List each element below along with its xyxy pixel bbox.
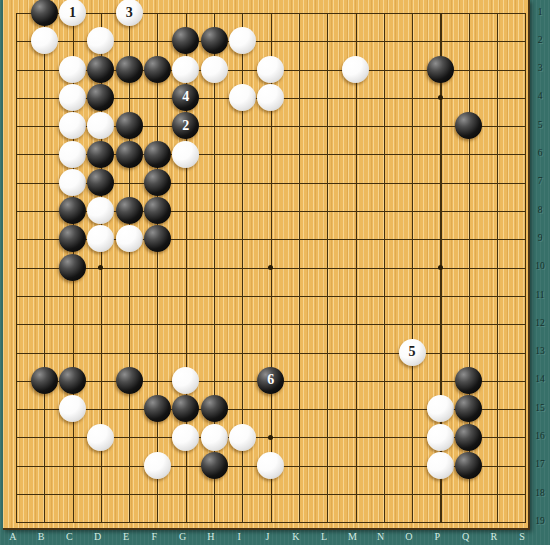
move-number-label: 1: [69, 6, 76, 20]
row-labels: 12345678910111213141516171819: [530, 0, 550, 530]
black-stone[interactable]: [116, 112, 143, 139]
column-label: O: [401, 531, 417, 542]
black-stone[interactable]: [201, 27, 228, 54]
black-stone[interactable]: 2: [172, 112, 199, 139]
black-stone[interactable]: [59, 254, 86, 281]
white-stone[interactable]: [144, 452, 171, 479]
column-label: E: [118, 531, 134, 542]
go-board-diagram: 134256 ABCDEFGHIJKLMNOPQRS 1234567891011…: [0, 0, 550, 545]
row-label: 8: [530, 205, 550, 217]
white-stone[interactable]: [87, 112, 114, 139]
black-stone[interactable]: [455, 395, 482, 422]
column-labels: ABCDEFGHIJKLMNOPQRS: [0, 530, 550, 545]
white-stone[interactable]: 1: [59, 0, 86, 26]
white-stone[interactable]: [59, 84, 86, 111]
white-stone[interactable]: [87, 225, 114, 252]
row-label: 9: [530, 233, 550, 245]
white-stone[interactable]: [59, 141, 86, 168]
white-stone[interactable]: [59, 112, 86, 139]
move-number-label: 3: [126, 6, 133, 20]
black-stone[interactable]: [455, 112, 482, 139]
black-stone[interactable]: [455, 452, 482, 479]
black-stone[interactable]: [455, 424, 482, 451]
black-stone[interactable]: [59, 197, 86, 224]
black-stone[interactable]: [172, 27, 199, 54]
row-label: 11: [530, 290, 550, 302]
row-label: 12: [530, 318, 550, 330]
stones-layer[interactable]: 134256: [2, 0, 540, 536]
row-label: 14: [530, 374, 550, 386]
black-stone[interactable]: [87, 141, 114, 168]
move-number-label: 5: [409, 345, 416, 359]
row-label: 16: [530, 431, 550, 443]
row-label: 19: [530, 516, 550, 528]
goban[interactable]: 134256: [3, 0, 530, 530]
row-label: 7: [530, 176, 550, 188]
column-label: A: [5, 531, 21, 542]
row-label: 5: [530, 120, 550, 132]
white-stone[interactable]: [257, 56, 284, 83]
black-stone[interactable]: [116, 197, 143, 224]
black-stone[interactable]: [455, 367, 482, 394]
white-stone[interactable]: [201, 56, 228, 83]
column-label: G: [175, 531, 191, 542]
black-stone[interactable]: [31, 367, 58, 394]
column-label: R: [486, 531, 502, 542]
column-label: J: [260, 531, 276, 542]
column-label: F: [147, 531, 163, 542]
column-label: S: [514, 531, 530, 542]
black-stone[interactable]: [172, 395, 199, 422]
white-stone[interactable]: [229, 84, 256, 111]
row-label: 18: [530, 488, 550, 500]
column-label: B: [33, 531, 49, 542]
black-stone[interactable]: [59, 367, 86, 394]
black-stone[interactable]: [59, 225, 86, 252]
white-stone[interactable]: [427, 395, 454, 422]
row-label: 13: [530, 346, 550, 358]
white-stone[interactable]: [201, 424, 228, 451]
white-stone[interactable]: [87, 27, 114, 54]
row-label: 2: [530, 35, 550, 47]
column-label: P: [430, 531, 446, 542]
move-number-label: 6: [267, 373, 274, 387]
white-stone[interactable]: [172, 367, 199, 394]
row-label: 6: [530, 148, 550, 160]
row-label: 17: [530, 459, 550, 471]
column-label: I: [231, 531, 247, 542]
white-stone[interactable]: [172, 56, 199, 83]
black-stone[interactable]: [31, 0, 58, 26]
black-stone[interactable]: [87, 56, 114, 83]
black-stone[interactable]: 6: [257, 367, 284, 394]
white-stone[interactable]: [172, 424, 199, 451]
white-stone[interactable]: [87, 197, 114, 224]
black-stone[interactable]: [201, 452, 228, 479]
white-stone[interactable]: [59, 56, 86, 83]
black-stone[interactable]: [116, 56, 143, 83]
black-stone[interactable]: 4: [172, 84, 199, 111]
white-stone[interactable]: [229, 27, 256, 54]
column-label: K: [288, 531, 304, 542]
black-stone[interactable]: [201, 395, 228, 422]
white-stone[interactable]: [257, 84, 284, 111]
column-label: Q: [458, 531, 474, 542]
white-stone[interactable]: [87, 424, 114, 451]
white-stone[interactable]: [59, 395, 86, 422]
black-stone[interactable]: [144, 56, 171, 83]
black-stone[interactable]: [116, 141, 143, 168]
black-stone[interactable]: [87, 84, 114, 111]
move-number-label: 4: [182, 90, 189, 104]
row-label: 10: [530, 261, 550, 273]
black-stone[interactable]: [144, 225, 171, 252]
white-stone[interactable]: [116, 225, 143, 252]
white-stone[interactable]: 5: [399, 339, 426, 366]
black-stone[interactable]: [144, 141, 171, 168]
column-label: N: [373, 531, 389, 542]
move-number-label: 2: [182, 119, 189, 133]
white-stone[interactable]: [427, 424, 454, 451]
black-stone[interactable]: [144, 395, 171, 422]
black-stone[interactable]: [144, 197, 171, 224]
black-stone[interactable]: [116, 367, 143, 394]
white-stone[interactable]: [172, 141, 199, 168]
white-stone[interactable]: [59, 169, 86, 196]
white-stone[interactable]: [257, 452, 284, 479]
column-label: C: [62, 531, 78, 542]
white-stone[interactable]: [31, 27, 58, 54]
column-label: L: [316, 531, 332, 542]
row-label: 1: [530, 7, 550, 19]
column-label: M: [345, 531, 361, 542]
row-label: 4: [530, 91, 550, 103]
black-stone[interactable]: [427, 56, 454, 83]
white-stone[interactable]: 3: [116, 0, 143, 26]
column-label: D: [90, 531, 106, 542]
white-stone[interactable]: [427, 452, 454, 479]
row-label: 15: [530, 403, 550, 415]
black-stone[interactable]: [144, 169, 171, 196]
white-stone[interactable]: [229, 424, 256, 451]
white-stone[interactable]: [342, 56, 369, 83]
black-stone[interactable]: [87, 169, 114, 196]
row-label: 3: [530, 63, 550, 75]
column-label: H: [203, 531, 219, 542]
